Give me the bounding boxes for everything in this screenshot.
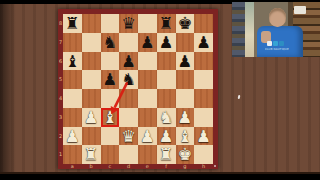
rank-label-3: 3 — [58, 108, 63, 127]
square-d3[interactable] — [119, 108, 138, 127]
square-f1[interactable]: ♜ — [157, 145, 176, 164]
shirt-logo — [273, 41, 278, 46]
square-b6[interactable] — [82, 52, 101, 71]
white-rook: ♜ — [82, 145, 101, 164]
square-f2[interactable]: ♟ — [157, 127, 176, 146]
square-b7[interactable] — [82, 33, 101, 52]
file-label-h: h — [194, 164, 213, 169]
bookshelf-left — [232, 2, 245, 57]
shirt-text: CLUB NAUTIQUE — [265, 47, 289, 50]
window-light — [245, 2, 254, 57]
square-b4[interactable] — [82, 89, 101, 108]
square-e6[interactable] — [138, 52, 157, 71]
square-g3[interactable]: ♟ — [176, 108, 195, 127]
square-h2[interactable]: ♟ — [194, 127, 213, 146]
square-a6[interactable]: ♝ — [63, 52, 82, 71]
rank-label-2: 2 — [58, 127, 63, 146]
square-g2[interactable]: ♝ — [176, 127, 195, 146]
black-pawn: ♟ — [157, 33, 176, 52]
file-label-a: a — [63, 164, 82, 169]
rank-label-4: 4 — [58, 89, 63, 108]
black-pawn: ♟ — [194, 33, 213, 52]
square-a2[interactable]: ♟ — [63, 127, 82, 146]
shirt-logo — [267, 41, 272, 46]
square-d5[interactable]: ♞ — [119, 70, 138, 89]
square-f7[interactable]: ♟ — [157, 33, 176, 52]
square-d4[interactable] — [119, 89, 138, 108]
square-h5[interactable] — [194, 70, 213, 89]
square-e8[interactable] — [138, 14, 157, 33]
rank-label-1: 1 — [58, 145, 63, 164]
rank-label-5: 5 — [58, 70, 63, 89]
webcam-overlay: CLUB NAUTIQUE — [232, 2, 320, 57]
white-king: ♚ — [176, 145, 195, 164]
black-pawn: ♟ — [138, 33, 157, 52]
black-bishop: ♝ — [63, 52, 82, 71]
square-a1[interactable] — [63, 145, 82, 164]
white-rook: ♜ — [157, 145, 176, 164]
square-g4[interactable] — [176, 89, 195, 108]
black-knight: ♞ — [101, 33, 120, 52]
rank-label-7: 7 — [58, 33, 63, 52]
square-b8[interactable] — [82, 14, 101, 33]
white-pawn: ♟ — [138, 127, 157, 146]
white-knight: ♞ — [157, 108, 176, 127]
square-b5[interactable] — [82, 70, 101, 89]
white-pawn: ♟ — [82, 108, 101, 127]
rank-label-8: 8 — [58, 14, 63, 33]
white-pawn: ♟ — [194, 127, 213, 146]
square-c6[interactable] — [101, 52, 120, 71]
black-king: ♚ — [176, 14, 195, 33]
square-f5[interactable] — [157, 70, 176, 89]
white-pawn: ♟ — [63, 127, 82, 146]
square-g7[interactable] — [176, 33, 195, 52]
square-c2[interactable] — [101, 127, 120, 146]
square-f3[interactable]: ♞ — [157, 108, 176, 127]
square-b1[interactable]: ♜ — [82, 145, 101, 164]
square-a7[interactable] — [63, 33, 82, 52]
square-h3[interactable] — [194, 108, 213, 127]
square-d2[interactable]: ♛ — [119, 127, 138, 146]
square-c1[interactable] — [101, 145, 120, 164]
black-rook: ♜ — [63, 14, 82, 33]
video-frame: ♜♛♜♚♞♟♟♟♝♟♟♟♞♟♝♞♟♟♛♟♟♝♟♜♜♚ 87654321abcde… — [0, 0, 320, 180]
square-h1[interactable] — [194, 145, 213, 164]
square-c4[interactable] — [101, 89, 120, 108]
square-e4[interactable] — [138, 89, 157, 108]
square-f4[interactable] — [157, 89, 176, 108]
white-bishop: ♝ — [176, 127, 195, 146]
square-g1[interactable]: ♚ — [176, 145, 195, 164]
black-pawn: ♟ — [119, 52, 138, 71]
square-a8[interactable]: ♜ — [63, 14, 82, 33]
square-d7[interactable] — [119, 33, 138, 52]
square-c3[interactable]: ♝ — [101, 108, 120, 127]
shirt-logo — [279, 41, 284, 46]
file-label-f: f — [157, 164, 176, 169]
square-b2[interactable] — [82, 127, 101, 146]
black-rook: ♜ — [157, 14, 176, 33]
white-pawn: ♟ — [157, 127, 176, 146]
white-speck — [214, 165, 216, 167]
square-a4[interactable] — [63, 89, 82, 108]
file-label-b: b — [82, 164, 101, 169]
square-e5[interactable] — [138, 70, 157, 89]
black-pawn: ♟ — [101, 70, 120, 89]
square-d6[interactable]: ♟ — [119, 52, 138, 71]
square-h8[interactable] — [194, 14, 213, 33]
square-h4[interactable] — [194, 89, 213, 108]
square-d8[interactable]: ♛ — [119, 14, 138, 33]
square-e3[interactable] — [138, 108, 157, 127]
square-e7[interactable]: ♟ — [138, 33, 157, 52]
presenter-head — [269, 8, 286, 27]
bottom-letterbox — [0, 172, 320, 180]
square-c7[interactable]: ♞ — [101, 33, 120, 52]
chess-board[interactable]: ♜♛♜♚♞♟♟♟♝♟♟♟♞♟♝♞♟♟♛♟♟♝♟♜♜♚ 87654321abcde… — [58, 9, 218, 169]
square-g5[interactable] — [176, 70, 195, 89]
square-b3[interactable]: ♟ — [82, 108, 101, 127]
rank-label-6: 6 — [58, 52, 63, 71]
file-label-c: c — [101, 164, 120, 169]
white-queen: ♛ — [119, 127, 138, 146]
square-e2[interactable]: ♟ — [138, 127, 157, 146]
square-f6[interactable] — [157, 52, 176, 71]
square-h7[interactable]: ♟ — [194, 33, 213, 52]
square-c8[interactable] — [101, 14, 120, 33]
white-papers — [294, 6, 306, 14]
file-label-e: e — [138, 164, 157, 169]
square-g6[interactable]: ♟ — [176, 52, 195, 71]
square-d1[interactable] — [119, 145, 138, 164]
black-pawn: ♟ — [176, 52, 195, 71]
square-h6[interactable] — [194, 52, 213, 71]
board-grid: ♜♛♜♚♞♟♟♟♝♟♟♟♞♟♝♞♟♟♛♟♟♝♟♜♜♚ — [63, 14, 213, 164]
file-label-g: g — [176, 164, 195, 169]
square-c5[interactable]: ♟ — [101, 70, 120, 89]
white-bishop: ♝ — [101, 108, 120, 127]
square-a5[interactable] — [63, 70, 82, 89]
square-f8[interactable]: ♜ — [157, 14, 176, 33]
square-e1[interactable] — [138, 145, 157, 164]
black-knight: ♞ — [119, 70, 138, 89]
square-a3[interactable] — [63, 108, 82, 127]
black-queen: ♛ — [119, 14, 138, 33]
file-label-d: d — [119, 164, 138, 169]
white-pawn: ♟ — [176, 108, 195, 127]
square-g8[interactable]: ♚ — [176, 14, 195, 33]
